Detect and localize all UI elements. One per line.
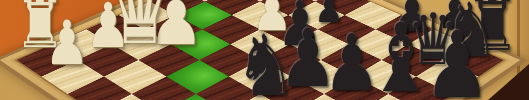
white-pawn-a2[interactable]: ♟ bbox=[45, 12, 90, 73]
pieces-layer: ♜♟♟♛♟♟♟♟♟♞♟♟♝♛♞♟♜♟ bbox=[0, 0, 529, 100]
white-queen-b3[interactable]: ♛ bbox=[106, 0, 174, 58]
black-knight-f3[interactable]: ♞ bbox=[235, 23, 297, 100]
chess-3d-scene: ♜♟♟♛♟♟♟♟♟♞♟♟♝♛♞♟♜♟ bbox=[0, 0, 529, 100]
black-pawn-h5[interactable]: ♟ bbox=[423, 20, 491, 100]
